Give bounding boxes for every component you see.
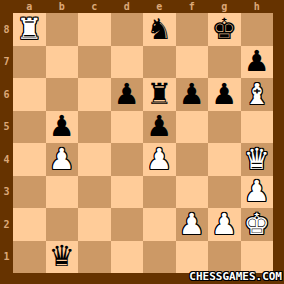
rank-labels: 87654321 bbox=[0, 13, 13, 273]
square-a7[interactable] bbox=[13, 46, 46, 79]
square-b5[interactable]: ♟ bbox=[46, 111, 79, 144]
piece-black-king[interactable]: ♚ bbox=[211, 15, 237, 44]
square-h5[interactable] bbox=[241, 111, 274, 144]
square-f6[interactable]: ♟ bbox=[176, 78, 209, 111]
piece-white-pawn[interactable]: ♟ bbox=[146, 145, 172, 174]
piece-white-pawn[interactable]: ♟ bbox=[179, 210, 205, 239]
square-e7[interactable] bbox=[143, 46, 176, 79]
file-label-c: c bbox=[78, 0, 111, 13]
square-d7[interactable] bbox=[111, 46, 144, 79]
square-c6[interactable] bbox=[78, 78, 111, 111]
square-b1[interactable]: ♛ bbox=[46, 241, 79, 274]
square-g4[interactable] bbox=[208, 143, 241, 176]
square-e1[interactable] bbox=[143, 241, 176, 274]
piece-white-pawn[interactable]: ♟ bbox=[211, 210, 237, 239]
rank-label-4: 4 bbox=[0, 143, 13, 176]
square-a2[interactable] bbox=[13, 208, 46, 241]
square-a6[interactable] bbox=[13, 78, 46, 111]
rank-label-7: 7 bbox=[0, 46, 13, 79]
piece-white-pawn[interactable]: ♟ bbox=[49, 145, 75, 174]
square-d5[interactable] bbox=[111, 111, 144, 144]
square-h7[interactable]: ♟ bbox=[241, 46, 274, 79]
square-h1[interactable] bbox=[241, 241, 274, 274]
square-f8[interactable] bbox=[176, 13, 209, 46]
square-f3[interactable] bbox=[176, 176, 209, 209]
square-e4[interactable]: ♟ bbox=[143, 143, 176, 176]
file-label-h: h bbox=[241, 0, 274, 13]
square-d3[interactable] bbox=[111, 176, 144, 209]
square-h4[interactable]: ♛ bbox=[241, 143, 274, 176]
square-b3[interactable] bbox=[46, 176, 79, 209]
piece-white-pawn[interactable]: ♟ bbox=[244, 177, 270, 206]
piece-black-pawn[interactable]: ♟ bbox=[179, 80, 205, 109]
square-c2[interactable] bbox=[78, 208, 111, 241]
square-f4[interactable] bbox=[176, 143, 209, 176]
file-label-b: b bbox=[46, 0, 79, 13]
rank-label-2: 2 bbox=[0, 208, 13, 241]
square-f5[interactable] bbox=[176, 111, 209, 144]
rank-label-8: 8 bbox=[0, 13, 13, 46]
square-g8[interactable]: ♚ bbox=[208, 13, 241, 46]
square-d8[interactable] bbox=[111, 13, 144, 46]
square-g2[interactable]: ♟ bbox=[208, 208, 241, 241]
square-a1[interactable] bbox=[13, 241, 46, 274]
square-e5[interactable]: ♟ bbox=[143, 111, 176, 144]
square-e2[interactable] bbox=[143, 208, 176, 241]
square-h2[interactable]: ♚ bbox=[241, 208, 274, 241]
square-c4[interactable] bbox=[78, 143, 111, 176]
square-c1[interactable] bbox=[78, 241, 111, 274]
board: ♜♞♚♟♟♜♟♟♝♟♟♟♟♛♟♟♟♚♛ bbox=[13, 13, 273, 273]
square-h3[interactable]: ♟ bbox=[241, 176, 274, 209]
file-label-f: f bbox=[176, 0, 209, 13]
square-g1[interactable] bbox=[208, 241, 241, 274]
square-a8[interactable]: ♜ bbox=[13, 13, 46, 46]
square-b8[interactable] bbox=[46, 13, 79, 46]
chessboard-frame: abcdefgh 87654321 ♜♞♚♟♟♜♟♟♝♟♟♟♟♛♟♟♟♚♛ CH… bbox=[0, 0, 284, 284]
square-e3[interactable] bbox=[143, 176, 176, 209]
square-a3[interactable] bbox=[13, 176, 46, 209]
square-h8[interactable] bbox=[241, 13, 274, 46]
square-a4[interactable] bbox=[13, 143, 46, 176]
square-h6[interactable]: ♝ bbox=[241, 78, 274, 111]
piece-black-knight[interactable]: ♞ bbox=[146, 15, 172, 44]
piece-black-pawn[interactable]: ♟ bbox=[49, 112, 75, 141]
rank-label-5: 5 bbox=[0, 111, 13, 144]
piece-white-bishop[interactable]: ♝ bbox=[244, 80, 270, 109]
square-d4[interactable] bbox=[111, 143, 144, 176]
square-g7[interactable] bbox=[208, 46, 241, 79]
rank-label-6: 6 bbox=[0, 78, 13, 111]
piece-black-rook[interactable]: ♜ bbox=[146, 80, 172, 109]
square-b6[interactable] bbox=[46, 78, 79, 111]
square-g6[interactable]: ♟ bbox=[208, 78, 241, 111]
square-b7[interactable] bbox=[46, 46, 79, 79]
square-e6[interactable]: ♜ bbox=[143, 78, 176, 111]
square-c3[interactable] bbox=[78, 176, 111, 209]
square-f1[interactable] bbox=[176, 241, 209, 274]
piece-white-rook[interactable]: ♜ bbox=[16, 15, 42, 44]
square-c5[interactable] bbox=[78, 111, 111, 144]
piece-black-pawn[interactable]: ♟ bbox=[146, 112, 172, 141]
piece-black-queen[interactable]: ♛ bbox=[49, 242, 75, 271]
watermark: CHESSGAMES.COM bbox=[189, 270, 282, 284]
square-f7[interactable] bbox=[176, 46, 209, 79]
square-d2[interactable] bbox=[111, 208, 144, 241]
piece-black-pawn[interactable]: ♟ bbox=[244, 47, 270, 76]
piece-white-queen[interactable]: ♛ bbox=[244, 145, 270, 174]
square-f2[interactable]: ♟ bbox=[176, 208, 209, 241]
square-e8[interactable]: ♞ bbox=[143, 13, 176, 46]
piece-black-pawn[interactable]: ♟ bbox=[114, 80, 140, 109]
square-b2[interactable] bbox=[46, 208, 79, 241]
piece-white-king[interactable]: ♚ bbox=[244, 210, 270, 239]
square-a5[interactable] bbox=[13, 111, 46, 144]
file-label-d: d bbox=[111, 0, 144, 13]
square-d1[interactable] bbox=[111, 241, 144, 274]
rank-label-1: 1 bbox=[0, 241, 13, 274]
square-c7[interactable] bbox=[78, 46, 111, 79]
square-g5[interactable] bbox=[208, 111, 241, 144]
square-c8[interactable] bbox=[78, 13, 111, 46]
square-d6[interactable]: ♟ bbox=[111, 78, 144, 111]
piece-black-pawn[interactable]: ♟ bbox=[211, 80, 237, 109]
square-g3[interactable] bbox=[208, 176, 241, 209]
rank-label-3: 3 bbox=[0, 176, 13, 209]
square-b4[interactable]: ♟ bbox=[46, 143, 79, 176]
